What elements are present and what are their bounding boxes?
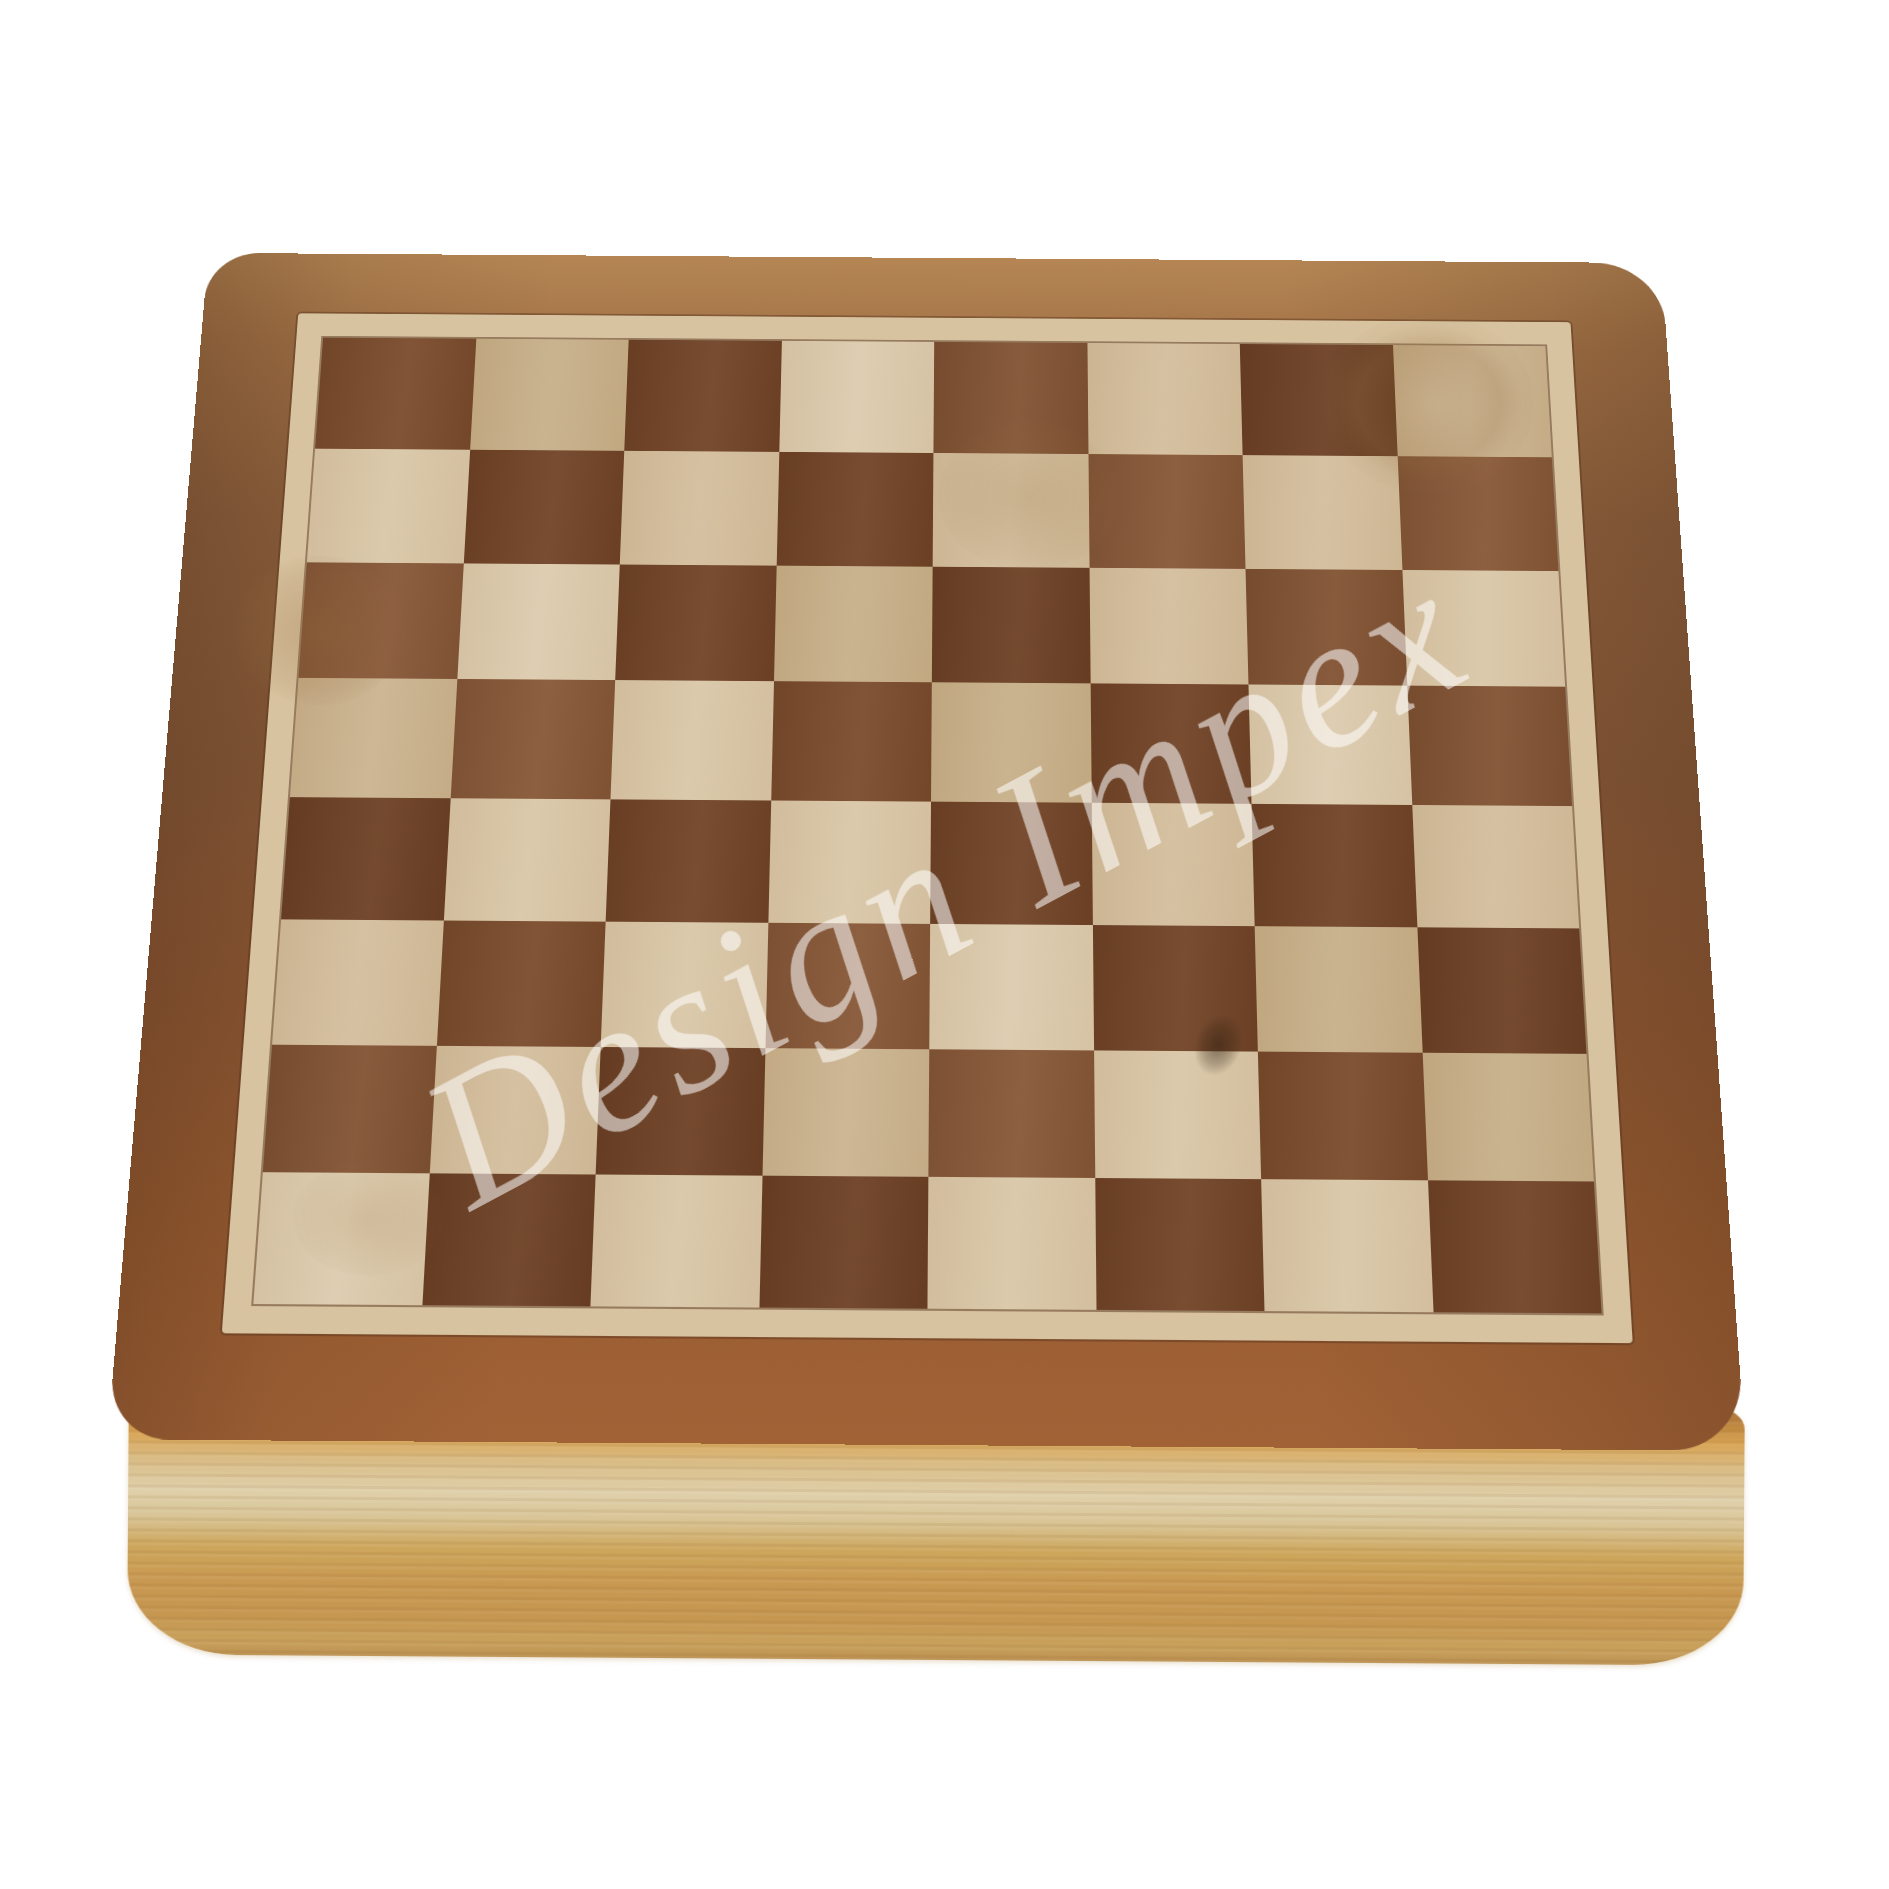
board-square <box>1417 927 1587 1053</box>
board-square <box>928 1049 1094 1178</box>
board-square <box>932 566 1090 683</box>
board-square <box>1258 1051 1428 1180</box>
board-square <box>443 798 610 921</box>
board-square <box>281 797 450 920</box>
board-square <box>1087 343 1243 455</box>
board-square <box>610 680 773 800</box>
board-square <box>470 339 629 451</box>
board-square <box>774 565 933 682</box>
board-square <box>927 1177 1096 1310</box>
board-square <box>307 448 470 563</box>
board-square <box>615 564 776 681</box>
wood-stain <box>234 555 405 706</box>
board-square <box>779 341 934 453</box>
wood-stain <box>1323 313 1534 494</box>
board-square <box>1255 926 1422 1052</box>
board-square <box>590 1175 762 1308</box>
board-square <box>457 563 620 680</box>
board-square <box>1094 1050 1262 1179</box>
board-square <box>620 451 779 566</box>
board-square <box>1428 1181 1602 1314</box>
product-photo: Design Impex <box>0 0 1889 1889</box>
wood-stain <box>938 420 1119 571</box>
board-square <box>624 340 781 452</box>
board-square <box>759 1176 928 1309</box>
board-square <box>776 452 933 567</box>
board-square <box>315 338 476 450</box>
board-square <box>450 679 615 799</box>
board-square <box>1412 805 1579 928</box>
wood-stain <box>293 1160 444 1276</box>
board-square <box>1422 1052 1594 1182</box>
chess-box: Design Impex <box>0 0 1889 1889</box>
board-square <box>1095 1178 1265 1311</box>
board-square <box>1261 1179 1433 1312</box>
board-square <box>272 919 443 1045</box>
board-square <box>463 450 624 565</box>
